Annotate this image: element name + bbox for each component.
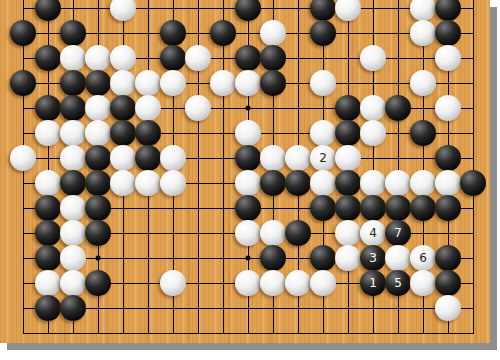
- white-stone[interactable]: [335, 220, 361, 246]
- white-stone[interactable]: [410, 70, 436, 96]
- white-stone[interactable]: [385, 245, 411, 271]
- black-stone[interactable]: [460, 170, 486, 196]
- white-stone[interactable]: [335, 0, 361, 21]
- white-stone[interactable]: [385, 170, 411, 196]
- go-board-screenshot: 2473615: [0, 0, 500, 360]
- black-stone[interactable]: [35, 0, 61, 21]
- move-number-label: 2: [319, 152, 327, 164]
- black-stone[interactable]: [335, 195, 361, 221]
- goban-wood-surface[interactable]: 2473615: [0, 0, 490, 343]
- black-stone[interactable]: [35, 95, 61, 121]
- white-stone[interactable]: [410, 20, 436, 46]
- black-stone[interactable]: [10, 70, 36, 96]
- black-stone[interactable]: [235, 145, 261, 171]
- black-stone[interactable]: [435, 270, 461, 296]
- white-stone[interactable]: [10, 145, 36, 171]
- black-stone[interactable]: [85, 70, 111, 96]
- white-stone[interactable]: [110, 0, 136, 21]
- black-stone[interactable]: [435, 20, 461, 46]
- black-stone[interactable]: [135, 120, 161, 146]
- black-stone[interactable]: [160, 45, 186, 71]
- stones-grid[interactable]: 2473615: [11, 0, 486, 346]
- black-stone[interactable]: [60, 170, 86, 196]
- white-stone[interactable]: [285, 270, 311, 296]
- move-number-label: 6: [419, 252, 427, 264]
- black-stone[interactable]: [410, 195, 436, 221]
- white-stone[interactable]: [60, 245, 86, 271]
- white-stone[interactable]: [235, 70, 261, 96]
- black-stone[interactable]: [110, 120, 136, 146]
- black-stone[interactable]: [435, 245, 461, 271]
- white-stone[interactable]: [410, 270, 436, 296]
- black-stone[interactable]: [310, 245, 336, 271]
- white-stone[interactable]: [235, 270, 261, 296]
- black-stone[interactable]: [85, 220, 111, 246]
- white-stone[interactable]: [60, 220, 86, 246]
- black-stone[interactable]: [35, 220, 61, 246]
- move-number-label: 3: [369, 252, 377, 264]
- black-stone[interactable]: [260, 245, 286, 271]
- white-stone[interactable]: [360, 95, 386, 121]
- white-stone[interactable]: [60, 45, 86, 71]
- black-stone[interactable]: 1: [360, 270, 386, 296]
- white-stone[interactable]: [60, 145, 86, 171]
- white-stone[interactable]: [260, 220, 286, 246]
- white-stone[interactable]: [160, 170, 186, 196]
- white-stone[interactable]: [210, 70, 236, 96]
- white-stone[interactable]: [310, 70, 336, 96]
- white-stone[interactable]: [35, 270, 61, 296]
- black-stone[interactable]: [60, 70, 86, 96]
- black-stone[interactable]: [285, 170, 311, 196]
- white-stone[interactable]: [435, 170, 461, 196]
- black-stone[interactable]: [110, 95, 136, 121]
- black-stone[interactable]: [10, 20, 36, 46]
- move-number-label: 7: [394, 227, 402, 239]
- white-stone[interactable]: [110, 70, 136, 96]
- white-stone[interactable]: [60, 195, 86, 221]
- white-stone[interactable]: [335, 245, 361, 271]
- black-stone[interactable]: [235, 195, 261, 221]
- black-stone[interactable]: [435, 145, 461, 171]
- black-stone[interactable]: [160, 20, 186, 46]
- white-stone[interactable]: [35, 120, 61, 146]
- white-stone[interactable]: [60, 270, 86, 296]
- white-stone[interactable]: [60, 120, 86, 146]
- black-stone[interactable]: [35, 295, 61, 321]
- white-stone[interactable]: [160, 145, 186, 171]
- white-stone[interactable]: [310, 120, 336, 146]
- white-stone[interactable]: [235, 220, 261, 246]
- white-stone[interactable]: [110, 145, 136, 171]
- white-stone[interactable]: [360, 120, 386, 146]
- white-stone[interactable]: 4: [360, 220, 386, 246]
- white-stone[interactable]: [360, 45, 386, 71]
- white-stone[interactable]: 2: [310, 145, 336, 171]
- black-stone[interactable]: [310, 195, 336, 221]
- black-stone[interactable]: [85, 170, 111, 196]
- black-stone[interactable]: 3: [360, 245, 386, 271]
- white-stone[interactable]: [235, 170, 261, 196]
- black-stone[interactable]: [60, 295, 86, 321]
- black-stone[interactable]: [360, 195, 386, 221]
- white-stone[interactable]: [85, 95, 111, 121]
- white-stone[interactable]: 6: [410, 245, 436, 271]
- white-stone[interactable]: [260, 145, 286, 171]
- white-stone[interactable]: [310, 170, 336, 196]
- black-stone[interactable]: [260, 70, 286, 96]
- black-stone[interactable]: [335, 120, 361, 146]
- black-stone[interactable]: [210, 20, 236, 46]
- black-stone[interactable]: [335, 170, 361, 196]
- black-stone[interactable]: [135, 145, 161, 171]
- white-stone[interactable]: [160, 70, 186, 96]
- black-stone[interactable]: 5: [385, 270, 411, 296]
- white-stone[interactable]: [435, 45, 461, 71]
- move-number-label: 4: [369, 227, 377, 239]
- white-stone[interactable]: [435, 295, 461, 321]
- move-number-label: 5: [394, 277, 402, 289]
- white-stone[interactable]: [110, 170, 136, 196]
- white-stone[interactable]: [185, 95, 211, 121]
- black-stone[interactable]: [385, 95, 411, 121]
- white-stone[interactable]: [135, 95, 161, 121]
- move-number-label: 1: [369, 277, 377, 289]
- black-stone[interactable]: 7: [385, 220, 411, 246]
- black-stone[interactable]: [60, 20, 86, 46]
- white-stone[interactable]: [410, 170, 436, 196]
- black-stone[interactable]: [35, 195, 61, 221]
- white-stone[interactable]: [410, 0, 436, 21]
- white-stone[interactable]: [85, 45, 111, 71]
- white-stone[interactable]: [260, 270, 286, 296]
- white-stone[interactable]: [135, 170, 161, 196]
- white-stone[interactable]: [110, 45, 136, 71]
- black-stone[interactable]: [85, 145, 111, 171]
- black-stone[interactable]: [35, 45, 61, 71]
- black-stone[interactable]: [235, 45, 261, 71]
- black-stone[interactable]: [310, 20, 336, 46]
- white-stone[interactable]: [85, 120, 111, 146]
- black-stone[interactable]: [85, 195, 111, 221]
- black-stone[interactable]: [260, 170, 286, 196]
- black-stone[interactable]: [85, 270, 111, 296]
- black-stone[interactable]: [60, 95, 86, 121]
- white-stone[interactable]: [35, 170, 61, 196]
- white-stone[interactable]: [310, 270, 336, 296]
- black-stone[interactable]: [35, 245, 61, 271]
- white-stone[interactable]: [435, 95, 461, 121]
- black-stone[interactable]: [410, 120, 436, 146]
- white-stone[interactable]: [185, 45, 211, 71]
- white-stone[interactable]: [235, 120, 261, 146]
- white-stone[interactable]: [260, 20, 286, 46]
- black-stone[interactable]: [310, 0, 336, 21]
- white-stone[interactable]: [335, 145, 361, 171]
- black-stone[interactable]: [285, 220, 311, 246]
- black-stone[interactable]: [385, 195, 411, 221]
- white-stone[interactable]: [285, 145, 311, 171]
- black-stone[interactable]: [235, 0, 261, 21]
- black-stone[interactable]: [260, 45, 286, 71]
- black-stone[interactable]: [435, 195, 461, 221]
- white-stone[interactable]: [135, 70, 161, 96]
- black-stone[interactable]: [335, 95, 361, 121]
- white-stone[interactable]: [360, 170, 386, 196]
- black-stone[interactable]: [435, 0, 461, 21]
- white-stone[interactable]: [160, 270, 186, 296]
